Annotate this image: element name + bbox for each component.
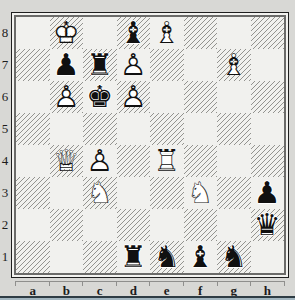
chess-diagram: 87654321 ♚♔♝♝♗♟♜♟♙♝♗♟♙♚♟♙♛♕♟♙♜♖♞♘♞♘♟♛♜♞♝… (0, 0, 295, 300)
white-pawn: ♙ (117, 49, 151, 81)
board-inner-border: ♚♔♝♝♗♟♜♟♙♝♗♟♙♚♟♙♛♕♟♙♜♖♞♘♞♘♟♛♜♞♝♞ (14, 15, 286, 275)
white-bishop-fill: ♝ (150, 17, 184, 49)
white-rook-fill: ♜ (150, 145, 184, 177)
square-e7[interactable] (150, 49, 184, 81)
rank-label-6: 6 (0, 81, 10, 113)
rank-label-2: 2 (0, 209, 10, 241)
square-c3[interactable]: ♞♘ (83, 177, 117, 209)
square-c6[interactable]: ♚ (83, 81, 117, 113)
white-pawn: ♙ (50, 81, 84, 113)
black-pawn: ♟ (50, 49, 84, 81)
square-e8[interactable]: ♝♗ (150, 17, 184, 49)
square-h2[interactable]: ♛ (251, 209, 285, 241)
square-d8[interactable]: ♝ (117, 17, 151, 49)
board-frame: ♚♔♝♝♗♟♜♟♙♝♗♟♙♚♟♙♛♕♟♙♜♖♞♘♞♘♟♛♜♞♝♞ (11, 12, 289, 278)
white-queen: ♕ (50, 145, 84, 177)
rank-label-7: 7 (0, 49, 10, 81)
rank-label-4: 4 (0, 145, 10, 177)
square-d6[interactable]: ♟♙ (117, 81, 151, 113)
square-b8[interactable]: ♚♔ (50, 17, 84, 49)
square-f8[interactable] (184, 17, 218, 49)
square-f7[interactable] (184, 49, 218, 81)
white-rook: ♖ (150, 145, 184, 177)
square-e1[interactable]: ♞ (150, 241, 184, 273)
square-a3[interactable] (16, 177, 50, 209)
square-a5[interactable] (16, 113, 50, 145)
square-h8[interactable] (251, 17, 285, 49)
square-b4[interactable]: ♛♕ (50, 145, 84, 177)
square-f5[interactable] (184, 113, 218, 145)
square-g3[interactable] (217, 177, 251, 209)
square-g8[interactable] (217, 17, 251, 49)
rank-label-8: 8 (0, 17, 10, 49)
square-e2[interactable] (150, 209, 184, 241)
square-h4[interactable] (251, 145, 285, 177)
black-knight: ♞ (150, 241, 184, 273)
square-c5[interactable] (83, 113, 117, 145)
black-knight: ♞ (217, 241, 251, 273)
square-b6[interactable]: ♟♙ (50, 81, 84, 113)
square-h5[interactable] (251, 113, 285, 145)
black-bishop: ♝ (184, 241, 218, 273)
square-d2[interactable] (117, 209, 151, 241)
white-pawn-fill: ♟ (50, 81, 84, 113)
square-g4[interactable] (217, 145, 251, 177)
square-c4[interactable]: ♟♙ (83, 145, 117, 177)
black-rook: ♜ (83, 49, 117, 81)
black-bishop: ♝ (117, 17, 151, 49)
square-d5[interactable] (117, 113, 151, 145)
white-pawn: ♙ (83, 145, 117, 177)
square-b5[interactable] (50, 113, 84, 145)
square-f1[interactable]: ♝ (184, 241, 218, 273)
square-c7[interactable]: ♜ (83, 49, 117, 81)
white-bishop: ♗ (217, 49, 251, 81)
black-rook: ♜ (117, 241, 151, 273)
square-h6[interactable] (251, 81, 285, 113)
square-b3[interactable] (50, 177, 84, 209)
square-a6[interactable] (16, 81, 50, 113)
square-e3[interactable] (150, 177, 184, 209)
square-g1[interactable]: ♞ (217, 241, 251, 273)
square-a8[interactable] (16, 17, 50, 49)
square-c1[interactable] (83, 241, 117, 273)
white-knight-fill: ♞ (83, 177, 117, 209)
black-king: ♚ (83, 81, 117, 113)
square-a7[interactable] (16, 49, 50, 81)
rank-label-3: 3 (0, 177, 10, 209)
square-e4[interactable]: ♜♖ (150, 145, 184, 177)
rank-label-1: 1 (0, 241, 10, 273)
square-h3[interactable]: ♟ (251, 177, 285, 209)
square-h7[interactable] (251, 49, 285, 81)
black-queen: ♛ (251, 209, 285, 241)
white-bishop-fill: ♝ (217, 49, 251, 81)
white-pawn: ♙ (117, 81, 151, 113)
square-e5[interactable] (150, 113, 184, 145)
white-knight: ♘ (184, 177, 218, 209)
white-knight: ♘ (83, 177, 117, 209)
square-d4[interactable] (117, 145, 151, 177)
white-king: ♔ (50, 17, 84, 49)
square-g7[interactable]: ♝♗ (217, 49, 251, 81)
square-b7[interactable]: ♟ (50, 49, 84, 81)
square-a1[interactable] (16, 241, 50, 273)
square-c2[interactable] (83, 209, 117, 241)
square-f6[interactable] (184, 81, 218, 113)
square-d7[interactable]: ♟♙ (117, 49, 151, 81)
white-pawn-fill: ♟ (117, 81, 151, 113)
white-knight-fill: ♞ (184, 177, 218, 209)
square-f3[interactable]: ♞♘ (184, 177, 218, 209)
square-a2[interactable] (16, 209, 50, 241)
white-bishop: ♗ (150, 17, 184, 49)
square-f2[interactable] (184, 209, 218, 241)
square-b2[interactable] (50, 209, 84, 241)
square-a4[interactable] (16, 145, 50, 177)
square-h1[interactable] (251, 241, 285, 273)
square-g5[interactable] (217, 113, 251, 145)
square-g6[interactable] (217, 81, 251, 113)
white-king-fill: ♚ (50, 17, 84, 49)
square-d1[interactable]: ♜ (117, 241, 151, 273)
square-d3[interactable] (117, 177, 151, 209)
black-pawn: ♟ (251, 177, 285, 209)
square-b1[interactable] (50, 241, 84, 273)
square-e6[interactable] (150, 81, 184, 113)
rank-label-5: 5 (0, 113, 10, 145)
white-pawn-fill: ♟ (83, 145, 117, 177)
square-f4[interactable] (184, 145, 218, 177)
rank-labels: 87654321 (0, 17, 10, 273)
white-queen-fill: ♛ (50, 145, 84, 177)
white-pawn-fill: ♟ (117, 49, 151, 81)
square-c8[interactable] (83, 17, 117, 49)
chess-board: ♚♔♝♝♗♟♜♟♙♝♗♟♙♚♟♙♛♕♟♙♜♖♞♘♞♘♟♛♜♞♝♞ (16, 17, 284, 273)
square-g2[interactable] (217, 209, 251, 241)
